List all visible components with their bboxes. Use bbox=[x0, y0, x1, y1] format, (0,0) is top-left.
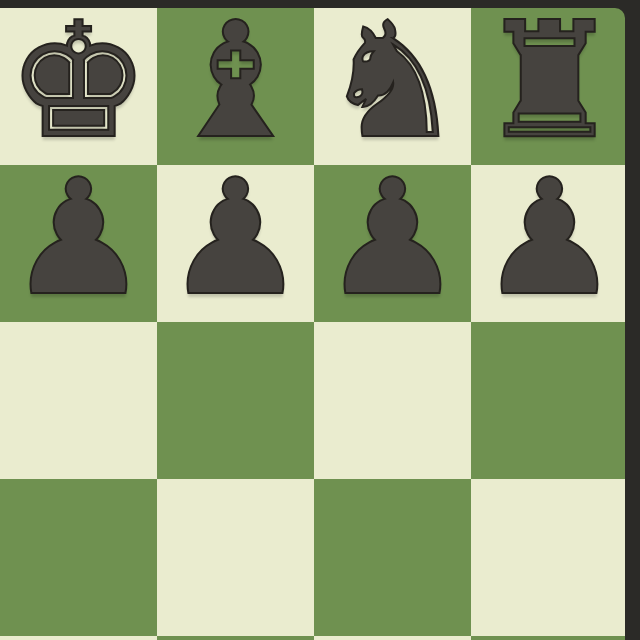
black-pawn[interactable]: ♟ bbox=[164, 159, 307, 316]
black-knight[interactable]: ♞ bbox=[321, 8, 464, 159]
square-h7[interactable]: ♟ bbox=[471, 165, 625, 322]
square-e8[interactable]: ♚ bbox=[0, 8, 157, 165]
black-king[interactable]: ♚ bbox=[7, 8, 150, 159]
square-f5[interactable] bbox=[157, 479, 314, 636]
square-g4[interactable] bbox=[314, 636, 471, 640]
black-pawn[interactable]: ♟ bbox=[321, 159, 464, 316]
square-e5[interactable] bbox=[0, 479, 157, 636]
square-e4[interactable] bbox=[0, 636, 157, 640]
black-pawn[interactable]: ♟ bbox=[478, 159, 621, 316]
black-bishop[interactable]: ♝ bbox=[164, 8, 307, 159]
chess-board-grid: ♚♝♞♜♟♟♟♟ bbox=[0, 8, 625, 640]
square-f4[interactable] bbox=[157, 636, 314, 640]
square-h8[interactable]: ♜ bbox=[471, 8, 625, 165]
square-f6[interactable] bbox=[157, 322, 314, 479]
square-h6[interactable] bbox=[471, 322, 625, 479]
black-pawn[interactable]: ♟ bbox=[7, 159, 150, 316]
square-f8[interactable]: ♝ bbox=[157, 8, 314, 165]
chess-board: ♚♝♞♜♟♟♟♟ bbox=[0, 8, 625, 640]
square-g6[interactable] bbox=[314, 322, 471, 479]
square-g7[interactable]: ♟ bbox=[314, 165, 471, 322]
square-h5[interactable] bbox=[471, 479, 625, 636]
square-h4[interactable] bbox=[471, 636, 625, 640]
square-e6[interactable] bbox=[0, 322, 157, 479]
square-g8[interactable]: ♞ bbox=[314, 8, 471, 165]
square-e7[interactable]: ♟ bbox=[0, 165, 157, 322]
square-f7[interactable]: ♟ bbox=[157, 165, 314, 322]
square-g5[interactable] bbox=[314, 479, 471, 636]
black-rook[interactable]: ♜ bbox=[478, 8, 621, 159]
page-background: ♚♝♞♜♟♟♟♟ bbox=[0, 0, 640, 640]
